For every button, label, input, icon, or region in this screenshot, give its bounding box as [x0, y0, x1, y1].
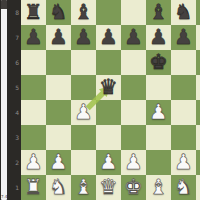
- square-f3[interactable]: [146, 125, 171, 150]
- square-b1[interactable]: ♞: [46, 175, 71, 200]
- square-a8[interactable]: ♜: [21, 0, 46, 25]
- white-king[interactable]: ♚: [121, 175, 146, 200]
- black-pawn[interactable]: ♟: [146, 25, 171, 50]
- square-h5[interactable]: [196, 75, 200, 100]
- black-knight[interactable]: ♞: [171, 0, 196, 25]
- square-g2[interactable]: ♟: [171, 150, 196, 175]
- square-a3[interactable]: [21, 125, 46, 150]
- square-g5[interactable]: [171, 75, 196, 100]
- square-c1[interactable]: ♝: [71, 175, 96, 200]
- square-e5[interactable]: [121, 75, 146, 100]
- black-pawn[interactable]: ♟: [171, 25, 196, 50]
- square-f7[interactable]: ♟: [146, 25, 171, 50]
- square-d6[interactable]: [96, 50, 121, 75]
- square-b2[interactable]: ♟: [46, 150, 71, 175]
- white-pawn[interactable]: ♟: [71, 100, 96, 125]
- black-rook[interactable]: ♜: [196, 0, 200, 25]
- white-knight[interactable]: ♞: [171, 175, 196, 200]
- square-e2[interactable]: ♟: [121, 150, 146, 175]
- chess-app-screen: 7.4 87654321 ♜♞♝♝♞♜♟♟♟♟♟♟♟♟♚♛♟♟♟♟♟♟♟♟♜♞♝…: [0, 0, 200, 200]
- board-sidebar: 7.4 87654321: [0, 0, 21, 200]
- square-b3[interactable]: [46, 125, 71, 150]
- black-pawn[interactable]: ♟: [96, 25, 121, 50]
- white-pawn[interactable]: ♟: [196, 150, 200, 175]
- square-d5[interactable]: ♛: [96, 75, 121, 100]
- square-e8[interactable]: [121, 0, 146, 25]
- square-f5[interactable]: [146, 75, 171, 100]
- square-c8[interactable]: ♝: [71, 0, 96, 25]
- black-pawn[interactable]: ♟: [71, 25, 96, 50]
- chess-board[interactable]: ♜♞♝♝♞♜♟♟♟♟♟♟♟♟♚♛♟♟♟♟♟♟♟♟♜♞♝♛♚♝♞♜: [21, 0, 200, 200]
- square-e6[interactable]: [121, 50, 146, 75]
- rank-label-3: 3: [7, 125, 21, 150]
- white-rook[interactable]: ♜: [21, 175, 46, 200]
- square-e1[interactable]: ♚: [121, 175, 146, 200]
- square-d1[interactable]: ♛: [96, 175, 121, 200]
- square-b5[interactable]: [46, 75, 71, 100]
- rank-coordinates: 87654321: [7, 0, 21, 200]
- black-rook[interactable]: ♜: [21, 0, 46, 25]
- square-c7[interactable]: ♟: [71, 25, 96, 50]
- black-pawn[interactable]: ♟: [121, 25, 146, 50]
- square-a5[interactable]: [21, 75, 46, 100]
- square-d4[interactable]: [96, 100, 121, 125]
- black-queen[interactable]: ♛: [96, 75, 121, 100]
- white-pawn[interactable]: ♟: [96, 150, 121, 175]
- black-knight[interactable]: ♞: [46, 0, 71, 25]
- square-c3[interactable]: [71, 125, 96, 150]
- square-g6[interactable]: [171, 50, 196, 75]
- white-pawn[interactable]: ♟: [146, 100, 171, 125]
- black-bishop[interactable]: ♝: [146, 0, 171, 25]
- white-queen[interactable]: ♛: [96, 175, 121, 200]
- square-e4[interactable]: [121, 100, 146, 125]
- black-pawn[interactable]: ♟: [21, 25, 46, 50]
- square-e3[interactable]: [121, 125, 146, 150]
- square-g3[interactable]: [171, 125, 196, 150]
- square-g1[interactable]: ♞: [171, 175, 196, 200]
- square-h8[interactable]: ♜: [196, 0, 200, 25]
- square-c2[interactable]: [71, 150, 96, 175]
- square-h1[interactable]: ♜: [196, 175, 200, 200]
- square-f1[interactable]: ♝: [146, 175, 171, 200]
- white-bishop[interactable]: ♝: [146, 175, 171, 200]
- square-c4[interactable]: ♟: [71, 100, 96, 125]
- square-g8[interactable]: ♞: [171, 0, 196, 25]
- square-g7[interactable]: ♟: [171, 25, 196, 50]
- square-d8[interactable]: [96, 0, 121, 25]
- square-f6[interactable]: ♚: [146, 50, 171, 75]
- black-pawn[interactable]: ♟: [46, 25, 71, 50]
- square-b4[interactable]: [46, 100, 71, 125]
- black-king[interactable]: ♚: [146, 50, 171, 75]
- white-rook[interactable]: ♜: [196, 175, 200, 200]
- square-d2[interactable]: ♟: [96, 150, 121, 175]
- white-bishop[interactable]: ♝: [71, 175, 96, 200]
- square-f2[interactable]: [146, 150, 171, 175]
- square-a6[interactable]: [21, 50, 46, 75]
- square-h3[interactable]: [196, 125, 200, 150]
- square-f8[interactable]: ♝: [146, 0, 171, 25]
- rank-label-4: 4: [7, 100, 21, 125]
- square-c6[interactable]: [71, 50, 96, 75]
- square-b7[interactable]: ♟: [46, 25, 71, 50]
- white-pawn[interactable]: ♟: [121, 150, 146, 175]
- square-a4[interactable]: [21, 100, 46, 125]
- square-g4[interactable]: [171, 100, 196, 125]
- rank-label-2: 2: [7, 150, 21, 175]
- white-knight[interactable]: ♞: [46, 175, 71, 200]
- square-b8[interactable]: ♞: [46, 0, 71, 25]
- square-h6[interactable]: [196, 50, 200, 75]
- square-c5[interactable]: [71, 75, 96, 100]
- white-pawn[interactable]: ♟: [21, 150, 46, 175]
- square-d7[interactable]: ♟: [96, 25, 121, 50]
- square-a2[interactable]: ♟: [21, 150, 46, 175]
- white-pawn[interactable]: ♟: [46, 150, 71, 175]
- rank-label-6: 6: [7, 50, 21, 75]
- black-bishop[interactable]: ♝: [71, 0, 96, 25]
- square-b6[interactable]: [46, 50, 71, 75]
- black-pawn[interactable]: ♟: [196, 25, 200, 50]
- white-pawn[interactable]: ♟: [171, 150, 196, 175]
- rank-label-7: 7: [7, 25, 21, 50]
- rank-label-1: 1: [7, 175, 21, 200]
- square-d3[interactable]: [96, 125, 121, 150]
- square-h4[interactable]: [196, 100, 200, 125]
- square-a1[interactable]: ♜: [21, 175, 46, 200]
- rank-label-8: 8: [7, 0, 21, 25]
- square-e7[interactable]: ♟: [121, 25, 146, 50]
- rank-label-5: 5: [7, 75, 21, 100]
- square-h7[interactable]: ♟: [196, 25, 200, 50]
- square-h2[interactable]: ♟: [196, 150, 200, 175]
- square-f4[interactable]: ♟: [146, 100, 171, 125]
- square-a7[interactable]: ♟: [21, 25, 46, 50]
- board-viewport: ♜♞♝♝♞♜♟♟♟♟♟♟♟♟♚♛♟♟♟♟♟♟♟♟♜♞♝♛♚♝♞♜: [21, 0, 200, 200]
